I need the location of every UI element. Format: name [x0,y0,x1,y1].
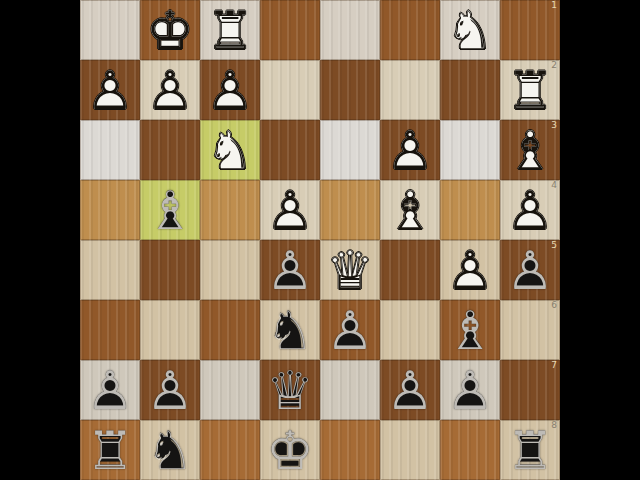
square-h3[interactable] [80,120,140,180]
square-a3[interactable]: 3♝♗ [500,120,560,180]
square-d5[interactable]: ♛♕ [320,240,380,300]
piece-white-pawn: ♟♙ [500,180,560,240]
piece-white-rook: ♜♖ [500,60,560,120]
video-frame: ♚♔♜♖♞♘1♟♙♟♙♟♙2♜♖♞♘♟♙3♝♗♝♗♟♙♝♗4♟♙♟♙♛♕♟♙5♟… [0,0,640,480]
piece-white-pawn: ♟♙ [80,60,140,120]
square-h8[interactable]: ♜♖ [80,420,140,480]
square-e1[interactable] [260,0,320,60]
square-c5[interactable] [380,240,440,300]
square-b7[interactable]: ♟♙ [440,360,500,420]
square-e4[interactable]: ♟♙ [260,180,320,240]
square-c2[interactable] [380,60,440,120]
piece-black-king: ♚♔ [260,420,320,480]
square-e7[interactable]: ♛♕ [260,360,320,420]
square-c8[interactable] [380,420,440,480]
chess-board: ♚♔♜♖♞♘1♟♙♟♙♟♙2♜♖♞♘♟♙3♝♗♝♗♟♙♝♗4♟♙♟♙♛♕♟♙5♟… [80,0,560,480]
square-b4[interactable] [440,180,500,240]
piece-black-pawn: ♟♙ [80,360,140,420]
square-c3[interactable]: ♟♙ [380,120,440,180]
square-f6[interactable] [200,300,260,360]
square-b1[interactable]: ♞♘ [440,0,500,60]
piece-white-rook: ♜♖ [200,0,260,60]
square-c1[interactable] [380,0,440,60]
square-b2[interactable] [440,60,500,120]
piece-black-pawn: ♟♙ [380,360,440,420]
square-h6[interactable] [80,300,140,360]
square-e8[interactable]: ♚♔ [260,420,320,480]
square-e6[interactable]: ♞♘ [260,300,320,360]
square-b8[interactable] [440,420,500,480]
letterbox-right [560,0,640,480]
piece-black-pawn: ♟♙ [500,240,560,300]
piece-white-pawn: ♟♙ [440,240,500,300]
square-g4[interactable]: ♝♗ [140,180,200,240]
piece-white-pawn: ♟♙ [140,60,200,120]
square-c4[interactable]: ♝♗ [380,180,440,240]
square-g8[interactable]: ♞♘ [140,420,200,480]
square-h2[interactable]: ♟♙ [80,60,140,120]
rank-label-1: 1 [551,1,557,10]
square-g5[interactable] [140,240,200,300]
letterbox-left [0,0,80,480]
square-d1[interactable] [320,0,380,60]
piece-black-bishop: ♝♗ [440,300,500,360]
square-g6[interactable] [140,300,200,360]
rank-label-6: 6 [551,301,557,310]
piece-black-pawn: ♟♙ [440,360,500,420]
square-h7[interactable]: ♟♙ [80,360,140,420]
square-f7[interactable] [200,360,260,420]
piece-white-bishop: ♝♗ [380,180,440,240]
square-g1[interactable]: ♚♔ [140,0,200,60]
square-e3[interactable] [260,120,320,180]
square-b3[interactable] [440,120,500,180]
rank-label-7: 7 [551,361,557,370]
square-h4[interactable] [80,180,140,240]
square-g2[interactable]: ♟♙ [140,60,200,120]
piece-black-pawn: ♟♙ [320,300,380,360]
square-f8[interactable] [200,420,260,480]
square-a2[interactable]: 2♜♖ [500,60,560,120]
piece-black-rook: ♜♖ [500,420,560,480]
piece-white-bishop: ♝♗ [500,120,560,180]
piece-white-knight: ♞♘ [440,0,500,60]
square-g7[interactable]: ♟♙ [140,360,200,420]
square-a5[interactable]: 5♟♙ [500,240,560,300]
piece-black-knight: ♞♘ [260,300,320,360]
square-a6[interactable]: 6 [500,300,560,360]
square-d3[interactable] [320,120,380,180]
square-e2[interactable] [260,60,320,120]
square-a4[interactable]: 4♟♙ [500,180,560,240]
square-a8[interactable]: 8♜♖ [500,420,560,480]
piece-white-king: ♚♔ [140,0,200,60]
square-f5[interactable] [200,240,260,300]
piece-white-queen: ♛♕ [320,240,380,300]
piece-white-pawn: ♟♙ [260,180,320,240]
piece-black-rook: ♜♖ [80,420,140,480]
square-c6[interactable] [380,300,440,360]
square-d8[interactable] [320,420,380,480]
piece-black-bishop: ♝♗ [140,180,200,240]
piece-white-pawn: ♟♙ [200,60,260,120]
square-e5[interactable]: ♟♙ [260,240,320,300]
square-d6[interactable]: ♟♙ [320,300,380,360]
piece-black-pawn: ♟♙ [260,240,320,300]
square-b6[interactable]: ♝♗ [440,300,500,360]
square-d7[interactable] [320,360,380,420]
square-b5[interactable]: ♟♙ [440,240,500,300]
piece-white-pawn: ♟♙ [380,120,440,180]
square-g3[interactable] [140,120,200,180]
square-f1[interactable]: ♜♖ [200,0,260,60]
square-f4[interactable] [200,180,260,240]
piece-black-queen: ♛♕ [260,360,320,420]
square-a1[interactable]: 1 [500,0,560,60]
piece-black-pawn: ♟♙ [140,360,200,420]
square-h1[interactable] [80,0,140,60]
square-d4[interactable] [320,180,380,240]
square-c7[interactable]: ♟♙ [380,360,440,420]
piece-black-knight: ♞♘ [140,420,200,480]
square-f3[interactable]: ♞♘ [200,120,260,180]
square-h5[interactable] [80,240,140,300]
piece-white-knight: ♞♘ [200,120,260,180]
square-d2[interactable] [320,60,380,120]
square-f2[interactable]: ♟♙ [200,60,260,120]
square-a7[interactable]: 7 [500,360,560,420]
